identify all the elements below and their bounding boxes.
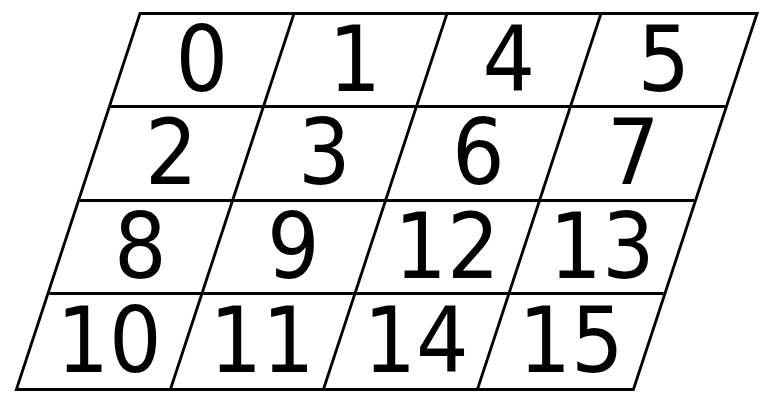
cell-value: 13 [549, 202, 654, 292]
cell-r3c2: 14 [325, 295, 509, 388]
cell-r1c2: 6 [387, 108, 571, 201]
cell-r0c2: 4 [417, 15, 601, 108]
cell-r0c1: 1 [264, 15, 448, 108]
cell-r3c3: 15 [479, 295, 663, 388]
cell-r2c2: 12 [356, 202, 540, 295]
cell-r0c0: 0 [110, 15, 294, 108]
diagram-canvas: 0145236789121310111415 [0, 0, 775, 411]
cell-value: 9 [267, 202, 320, 292]
cell-r2c1: 9 [203, 202, 387, 295]
cell-r0c3: 5 [571, 15, 755, 108]
cell-value: 3 [298, 108, 351, 198]
cell-value: 0 [175, 15, 228, 105]
cell-value: 7 [606, 108, 659, 198]
cell-value: 4 [482, 15, 535, 105]
cell-value: 12 [394, 202, 499, 292]
cell-r3c1: 11 [172, 295, 356, 388]
cell-r1c3: 7 [540, 108, 724, 201]
cell-value: 2 [144, 108, 197, 198]
cell-value: 11 [210, 296, 315, 386]
morton-grid-board: 0145236789121310111415 [14, 12, 759, 391]
cell-r1c0: 2 [80, 108, 264, 201]
cell-value: 1 [329, 15, 382, 105]
cell-r3c0: 10 [18, 295, 202, 388]
cell-r1c1: 3 [233, 108, 417, 201]
cell-value: 15 [518, 296, 623, 386]
cell-value: 10 [56, 296, 161, 386]
cell-value: 5 [637, 15, 690, 105]
cell-r2c3: 13 [510, 202, 694, 295]
cell-value: 14 [363, 296, 468, 386]
cell-value: 6 [451, 108, 504, 198]
cell-value: 8 [114, 202, 167, 292]
cell-r2c0: 8 [49, 202, 233, 295]
